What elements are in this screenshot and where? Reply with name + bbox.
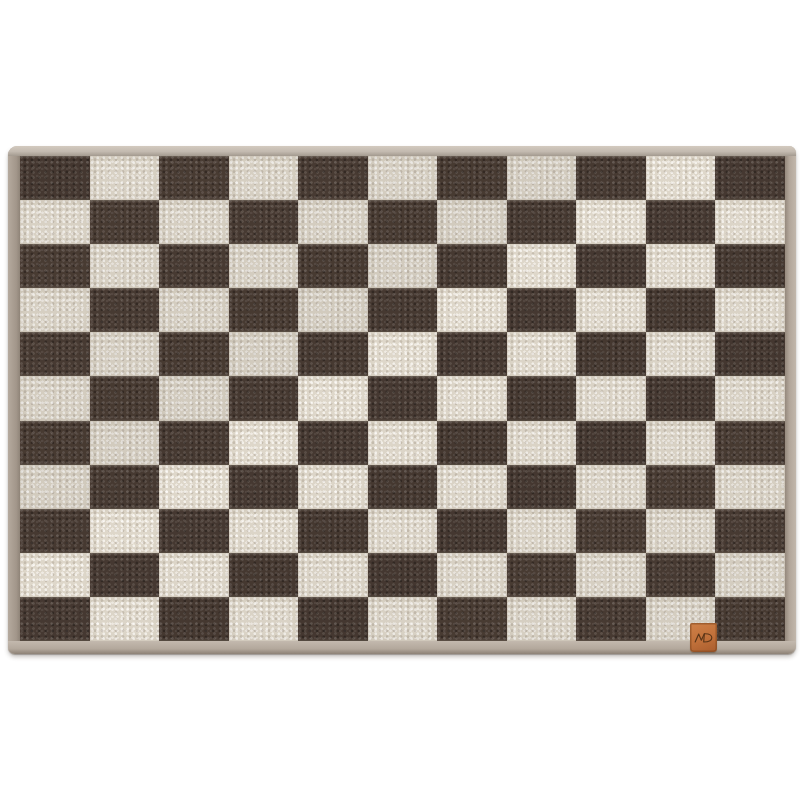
- board-square: [368, 553, 438, 597]
- board-square: [437, 509, 507, 553]
- board-square: [229, 421, 299, 465]
- board-square: [298, 597, 368, 641]
- board-square: [646, 509, 716, 553]
- board-square: [715, 200, 785, 244]
- board-square: [646, 465, 716, 509]
- board-square: [576, 200, 646, 244]
- board-square: [437, 421, 507, 465]
- board-square: [507, 597, 577, 641]
- board-square: [298, 244, 368, 288]
- board-square: [646, 244, 716, 288]
- board-square: [298, 465, 368, 509]
- board-square: [298, 200, 368, 244]
- board-square: [437, 376, 507, 420]
- board-square: [229, 156, 299, 200]
- board-square: [507, 200, 577, 244]
- board-square: [368, 332, 438, 376]
- board-square: [715, 332, 785, 376]
- checkerboard: [20, 156, 785, 641]
- board-square: [576, 465, 646, 509]
- board-square: [437, 288, 507, 332]
- brand-tag: MD: [690, 623, 717, 652]
- board-square: [715, 465, 785, 509]
- board-square: [368, 288, 438, 332]
- board-square: [90, 465, 160, 509]
- board-square: [646, 376, 716, 420]
- board-square: [298, 156, 368, 200]
- board-square: [159, 244, 229, 288]
- board-square: [715, 376, 785, 420]
- board-square: [159, 421, 229, 465]
- board-square: [159, 288, 229, 332]
- board-square: [507, 288, 577, 332]
- checkered-towel: MD: [8, 146, 796, 654]
- board-square: [90, 288, 160, 332]
- board-square: [507, 553, 577, 597]
- board-square: [159, 156, 229, 200]
- board-square: [298, 332, 368, 376]
- board-square: [20, 332, 90, 376]
- board-square: [90, 156, 160, 200]
- board-square: [20, 553, 90, 597]
- board-square: [437, 156, 507, 200]
- board-square: [368, 200, 438, 244]
- board-square: [159, 553, 229, 597]
- board-square: [646, 200, 716, 244]
- board-square: [159, 465, 229, 509]
- towel-bottom-hem: [8, 641, 796, 654]
- board-square: [298, 288, 368, 332]
- board-square: [20, 421, 90, 465]
- board-square: [437, 553, 507, 597]
- board-square: [715, 597, 785, 641]
- board-square: [229, 553, 299, 597]
- board-square: [159, 509, 229, 553]
- board-square: [646, 288, 716, 332]
- board-square: [229, 465, 299, 509]
- board-square: [368, 597, 438, 641]
- board-square: [368, 421, 438, 465]
- board-square: [90, 244, 160, 288]
- board-square: [90, 200, 160, 244]
- board-square: [507, 421, 577, 465]
- board-square: [507, 376, 577, 420]
- board-square: [229, 509, 299, 553]
- board-square: [576, 376, 646, 420]
- board-square: [20, 376, 90, 420]
- board-square: [507, 465, 577, 509]
- board-square: [298, 376, 368, 420]
- board-square: [507, 509, 577, 553]
- board-square: [298, 553, 368, 597]
- board-square: [20, 288, 90, 332]
- board-square: [437, 244, 507, 288]
- board-square: [715, 156, 785, 200]
- board-square: [159, 376, 229, 420]
- board-square: [715, 244, 785, 288]
- board-square: [437, 200, 507, 244]
- board-square: [715, 553, 785, 597]
- board-square: [229, 200, 299, 244]
- board-square: [90, 597, 160, 641]
- board-square: [298, 421, 368, 465]
- board-square: [715, 509, 785, 553]
- towel-left-edge-band: [8, 156, 20, 641]
- board-square: [646, 156, 716, 200]
- board-square: [576, 244, 646, 288]
- board-square: [646, 421, 716, 465]
- board-square: [368, 465, 438, 509]
- towel-right-edge-band: [785, 156, 796, 641]
- board-square: [368, 156, 438, 200]
- board-square: [90, 376, 160, 420]
- board-square: [20, 156, 90, 200]
- board-square: [715, 421, 785, 465]
- board-square: [159, 200, 229, 244]
- board-square: [576, 597, 646, 641]
- board-square: [507, 156, 577, 200]
- board-square: [20, 465, 90, 509]
- product-photo-canvas: MD: [0, 0, 800, 800]
- board-square: [507, 332, 577, 376]
- board-square: [576, 509, 646, 553]
- md-logo-icon: [693, 631, 714, 645]
- board-square: [576, 332, 646, 376]
- board-square: [229, 597, 299, 641]
- board-square: [576, 421, 646, 465]
- board-square: [437, 465, 507, 509]
- board-square: [20, 200, 90, 244]
- board-square: [90, 332, 160, 376]
- board-square: [229, 332, 299, 376]
- board-square: [298, 509, 368, 553]
- board-square: [437, 597, 507, 641]
- board-square: [576, 156, 646, 200]
- board-square: [90, 553, 160, 597]
- board-square: [368, 244, 438, 288]
- board-square: [368, 509, 438, 553]
- board-square: [90, 421, 160, 465]
- board-square: [229, 244, 299, 288]
- board-square: [368, 376, 438, 420]
- board-square: [20, 244, 90, 288]
- board-square: [229, 288, 299, 332]
- board-square: [646, 553, 716, 597]
- board-square: [437, 332, 507, 376]
- board-square: [507, 244, 577, 288]
- board-square: [20, 509, 90, 553]
- board-square: [159, 597, 229, 641]
- board-square: [576, 288, 646, 332]
- towel-top-hem: [8, 146, 796, 156]
- board-square: [646, 332, 716, 376]
- board-square: [90, 509, 160, 553]
- board-square: [576, 553, 646, 597]
- board-square: [229, 376, 299, 420]
- board-square: [159, 332, 229, 376]
- board-square: [20, 597, 90, 641]
- board-square: [715, 288, 785, 332]
